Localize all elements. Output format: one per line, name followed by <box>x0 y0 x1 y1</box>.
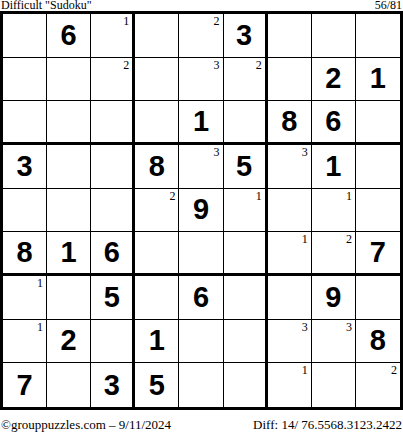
pencil-mark: 2 <box>391 363 397 377</box>
cell-r5c1[interactable] <box>3 189 47 233</box>
cell-r7c6[interactable] <box>224 276 268 320</box>
given-digit: 8 <box>135 145 178 188</box>
pencil-mark: 1 <box>256 189 262 203</box>
given-digit: 7 <box>3 363 46 407</box>
pencil-mark: 2 <box>169 189 175 203</box>
cell-r5c8[interactable]: 1 <box>312 189 356 233</box>
pencil-mark: 1 <box>302 363 308 377</box>
cell-r6c5[interactable] <box>179 232 223 276</box>
cell-r4c4[interactable]: 8 <box>135 145 179 189</box>
cell-r7c2[interactable] <box>47 276 91 320</box>
cell-r6c9[interactable]: 7 <box>356 232 400 276</box>
cell-r8c3[interactable] <box>91 320 135 364</box>
cell-r9c7[interactable]: 1 <box>268 363 312 407</box>
pencil-mark: 2 <box>123 58 129 72</box>
cell-r8c9[interactable]: 8 <box>356 320 400 364</box>
cell-r1c2[interactable]: 6 <box>47 14 91 58</box>
cell-r5c7[interactable] <box>268 189 312 233</box>
cell-r5c4[interactable]: 2 <box>135 189 179 233</box>
cell-r1c4[interactable] <box>135 14 179 58</box>
cell-r9c1[interactable]: 7 <box>3 363 47 407</box>
cell-r4c5[interactable]: 3 <box>179 145 223 189</box>
given-digit: 1 <box>312 145 355 188</box>
cell-r5c5[interactable]: 9 <box>179 189 223 233</box>
cell-r9c2[interactable] <box>47 363 91 407</box>
given-digit: 9 <box>312 276 355 319</box>
cell-r2c5[interactable]: 3 <box>179 58 223 102</box>
given-digit: 3 <box>3 145 46 188</box>
cell-r8c4[interactable]: 1 <box>135 320 179 364</box>
cell-r4c3[interactable] <box>91 145 135 189</box>
cell-r3c4[interactable] <box>135 101 179 145</box>
given-digit: 1 <box>179 101 222 142</box>
cell-r7c9[interactable] <box>356 276 400 320</box>
sudoku-grid: 6123232211863835312911816127156912133873… <box>0 11 403 410</box>
cell-r9c8[interactable] <box>312 363 356 407</box>
given-digit: 8 <box>268 101 311 142</box>
puzzle-title: Difficult "Sudoku" <box>1 0 92 11</box>
pencil-mark: 3 <box>214 58 220 72</box>
cell-r5c9[interactable] <box>356 189 400 233</box>
remaining-counter: 56/81 <box>375 0 402 11</box>
given-digit: 1 <box>135 320 178 363</box>
pencil-mark: 2 <box>256 58 262 72</box>
cell-r2c3[interactable]: 2 <box>91 58 135 102</box>
cell-r6c1[interactable]: 8 <box>3 232 47 276</box>
pencil-mark: 3 <box>214 145 220 159</box>
sudoku-page: Difficult "Sudoku" 56/81 612323221186383… <box>0 0 403 437</box>
pencil-mark: 3 <box>346 320 352 334</box>
cell-r1c6[interactable]: 3 <box>224 14 268 58</box>
cell-r5c6[interactable]: 1 <box>224 189 268 233</box>
difficulty-text: Diff: 14/ 76.5568.3123.2422 <box>253 417 402 433</box>
pencil-mark: 3 <box>302 145 308 159</box>
cell-r1c1[interactable] <box>3 14 47 58</box>
copyright-text: ©grouppuzzles.com – 9/11/2024 <box>1 417 171 433</box>
pencil-mark: 1 <box>302 232 308 246</box>
cell-r7c7[interactable] <box>268 276 312 320</box>
cell-r8c5[interactable] <box>179 320 223 364</box>
cell-r9c5[interactable] <box>179 363 223 407</box>
cell-r9c3[interactable]: 3 <box>91 363 135 407</box>
cell-r1c9[interactable] <box>356 14 400 58</box>
given-digit: 7 <box>356 232 400 273</box>
pencil-mark: 2 <box>214 14 220 28</box>
cell-r7c4[interactable] <box>135 276 179 320</box>
given-digit: 3 <box>91 363 132 407</box>
given-digit: 1 <box>47 232 90 273</box>
cell-r5c2[interactable] <box>47 189 91 233</box>
cell-r6c8[interactable]: 2 <box>312 232 356 276</box>
given-digit: 2 <box>47 320 90 363</box>
given-digit: 6 <box>312 101 355 142</box>
cell-r8c2[interactable]: 2 <box>47 320 91 364</box>
given-digit: 6 <box>91 232 132 273</box>
cell-r7c1[interactable]: 1 <box>3 276 47 320</box>
given-digit: 9 <box>179 189 222 232</box>
cell-r2c7[interactable] <box>268 58 312 102</box>
cell-r6c4[interactable] <box>135 232 179 276</box>
pencil-mark: 1 <box>346 189 352 203</box>
page-header: Difficult "Sudoku" 56/81 <box>0 0 403 11</box>
cell-r3c6[interactable] <box>224 101 268 145</box>
given-digit: 1 <box>356 58 400 101</box>
cell-r2c4[interactable] <box>135 58 179 102</box>
given-digit: 5 <box>135 363 178 407</box>
cell-r7c8[interactable]: 9 <box>312 276 356 320</box>
given-digit: 6 <box>47 14 90 57</box>
cell-r4c1[interactable]: 3 <box>3 145 47 189</box>
cell-r7c5[interactable]: 6 <box>179 276 223 320</box>
cell-r3c5[interactable]: 1 <box>179 101 223 145</box>
pencil-mark: 2 <box>346 232 352 246</box>
cell-r6c6[interactable] <box>224 232 268 276</box>
cell-r2c6[interactable]: 2 <box>224 58 268 102</box>
cell-r8c6[interactable] <box>224 320 268 364</box>
cell-r2c9[interactable]: 1 <box>356 58 400 102</box>
cell-r8c7[interactable]: 3 <box>268 320 312 364</box>
cell-r6c2[interactable]: 1 <box>47 232 91 276</box>
cell-r1c5[interactable]: 2 <box>179 14 223 58</box>
page-footer: ©grouppuzzles.com – 9/11/2024 Diff: 14/ … <box>0 410 403 437</box>
given-digit: 8 <box>3 232 46 273</box>
cell-r3c7[interactable]: 8 <box>268 101 312 145</box>
cell-r5c3[interactable] <box>91 189 135 233</box>
cell-r2c8[interactable]: 2 <box>312 58 356 102</box>
cell-r2c1[interactable] <box>3 58 47 102</box>
cell-r8c1[interactable]: 1 <box>3 320 47 364</box>
cell-r4c7[interactable]: 3 <box>268 145 312 189</box>
given-digit: 5 <box>224 145 265 188</box>
pencil-mark: 1 <box>37 320 43 334</box>
given-digit: 2 <box>312 58 355 101</box>
cell-r1c3[interactable]: 1 <box>91 14 135 58</box>
cell-r9c9[interactable]: 2 <box>356 363 400 407</box>
cell-r6c7[interactable]: 1 <box>268 232 312 276</box>
cell-r3c3[interactable] <box>91 101 135 145</box>
cell-r7c3[interactable]: 5 <box>91 276 135 320</box>
given-digit: 3 <box>224 14 265 57</box>
cell-r1c7[interactable] <box>268 14 312 58</box>
given-digit: 8 <box>356 320 400 363</box>
given-digit: 5 <box>91 276 132 319</box>
pencil-mark: 1 <box>37 276 43 290</box>
cell-r3c8[interactable]: 6 <box>312 101 356 145</box>
cell-r3c2[interactable] <box>47 101 91 145</box>
cell-r4c6[interactable]: 5 <box>224 145 268 189</box>
cell-r9c6[interactable] <box>224 363 268 407</box>
given-digit: 6 <box>179 276 222 319</box>
cell-r1c8[interactable] <box>312 14 356 58</box>
cell-r9c4[interactable]: 5 <box>135 363 179 407</box>
pencil-mark: 1 <box>123 14 129 28</box>
cell-r2c2[interactable] <box>47 58 91 102</box>
cell-r4c2[interactable] <box>47 145 91 189</box>
cell-r6c3[interactable]: 6 <box>91 232 135 276</box>
pencil-mark: 3 <box>302 320 308 334</box>
cell-r8c8[interactable]: 3 <box>312 320 356 364</box>
cell-r4c8[interactable]: 1 <box>312 145 356 189</box>
cell-r3c9[interactable] <box>356 101 400 145</box>
cell-r3c1[interactable] <box>3 101 47 145</box>
cell-r4c9[interactable] <box>356 145 400 189</box>
